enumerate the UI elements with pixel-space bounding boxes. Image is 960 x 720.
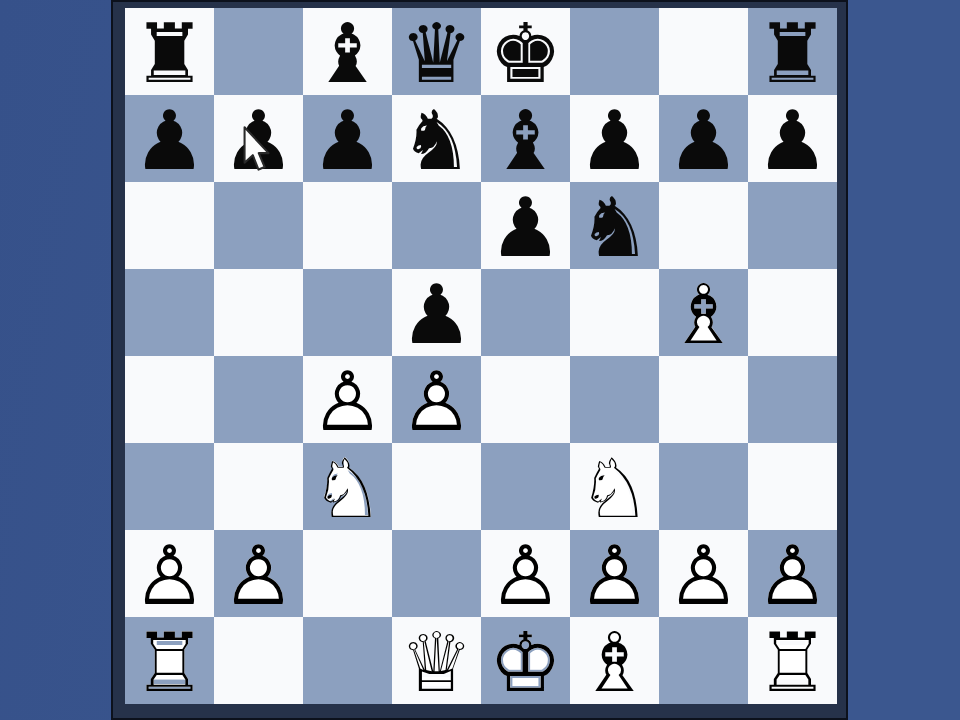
white-pawn[interactable]: ♟♙ xyxy=(570,530,659,617)
square-a5[interactable] xyxy=(125,269,214,356)
white-knight[interactable]: ♞♘ xyxy=(570,443,659,530)
black-knight[interactable]: ♞ xyxy=(570,182,659,269)
square-d4[interactable]: ♟♙ xyxy=(392,356,481,443)
white-pawn[interactable]: ♟♙ xyxy=(303,356,392,443)
square-a8[interactable]: ♜ xyxy=(125,8,214,95)
square-c8[interactable]: ♝ xyxy=(303,8,392,95)
square-f7[interactable]: ♟ xyxy=(570,95,659,182)
square-h2[interactable]: ♟♙ xyxy=(748,530,837,617)
square-d2[interactable] xyxy=(392,530,481,617)
white-rook[interactable]: ♜♖ xyxy=(748,617,837,704)
square-c4[interactable]: ♟♙ xyxy=(303,356,392,443)
square-b7[interactable]: ♟ xyxy=(214,95,303,182)
chess-board: ♜♝♛♚♜♟♟ ♟♞♝♟♟♟♟♞♟♝♗♟♙♟♙♞♘♞♘♟♙♟♙♟♙♟♙♟♙♟♙♜… xyxy=(125,8,837,704)
square-a3[interactable] xyxy=(125,443,214,530)
square-h6[interactable] xyxy=(748,182,837,269)
square-f3[interactable]: ♞♘ xyxy=(570,443,659,530)
square-a2[interactable]: ♟♙ xyxy=(125,530,214,617)
black-pawn[interactable]: ♟ xyxy=(748,95,837,182)
square-e8[interactable]: ♚ xyxy=(481,8,570,95)
square-h4[interactable] xyxy=(748,356,837,443)
square-b2[interactable]: ♟♙ xyxy=(214,530,303,617)
square-a1[interactable]: ♜♖ xyxy=(125,617,214,704)
square-d3[interactable] xyxy=(392,443,481,530)
square-c2[interactable] xyxy=(303,530,392,617)
square-e4[interactable] xyxy=(481,356,570,443)
black-pawn[interactable]: ♟ xyxy=(125,95,214,182)
square-d1[interactable]: ♛♕ xyxy=(392,617,481,704)
square-b5[interactable] xyxy=(214,269,303,356)
black-queen[interactable]: ♛ xyxy=(392,8,481,95)
black-rook[interactable]: ♜ xyxy=(125,8,214,95)
square-h5[interactable] xyxy=(748,269,837,356)
white-bishop[interactable]: ♝♗ xyxy=(659,269,748,356)
square-b8[interactable] xyxy=(214,8,303,95)
square-f4[interactable] xyxy=(570,356,659,443)
square-g8[interactable] xyxy=(659,8,748,95)
white-pawn[interactable]: ♟♙ xyxy=(214,530,303,617)
white-pawn[interactable]: ♟♙ xyxy=(481,530,570,617)
square-g3[interactable] xyxy=(659,443,748,530)
square-g6[interactable] xyxy=(659,182,748,269)
square-h1[interactable]: ♜♖ xyxy=(748,617,837,704)
white-pawn[interactable]: ♟♙ xyxy=(392,356,481,443)
black-knight[interactable]: ♞ xyxy=(392,95,481,182)
white-king[interactable]: ♚♔ xyxy=(481,617,570,704)
black-pawn[interactable]: ♟ xyxy=(659,95,748,182)
square-f6[interactable]: ♞ xyxy=(570,182,659,269)
square-g7[interactable]: ♟ xyxy=(659,95,748,182)
square-b4[interactable] xyxy=(214,356,303,443)
square-f2[interactable]: ♟♙ xyxy=(570,530,659,617)
square-h8[interactable]: ♜ xyxy=(748,8,837,95)
square-d7[interactable]: ♞ xyxy=(392,95,481,182)
square-c6[interactable] xyxy=(303,182,392,269)
square-b1[interactable] xyxy=(214,617,303,704)
black-bishop[interactable]: ♝ xyxy=(303,8,392,95)
black-bishop[interactable]: ♝ xyxy=(481,95,570,182)
white-knight[interactable]: ♞♘ xyxy=(303,443,392,530)
black-rook[interactable]: ♜ xyxy=(748,8,837,95)
white-rook[interactable]: ♜♖ xyxy=(125,617,214,704)
square-e3[interactable] xyxy=(481,443,570,530)
square-h3[interactable] xyxy=(748,443,837,530)
square-a6[interactable] xyxy=(125,182,214,269)
square-c5[interactable] xyxy=(303,269,392,356)
square-c7[interactable]: ♟ xyxy=(303,95,392,182)
white-pawn[interactable]: ♟♙ xyxy=(659,530,748,617)
square-e5[interactable] xyxy=(481,269,570,356)
square-c3[interactable]: ♞♘ xyxy=(303,443,392,530)
black-king[interactable]: ♚ xyxy=(481,8,570,95)
white-queen[interactable]: ♛♕ xyxy=(392,617,481,704)
square-g2[interactable]: ♟♙ xyxy=(659,530,748,617)
square-d5[interactable]: ♟ xyxy=(392,269,481,356)
square-g5[interactable]: ♝♗ xyxy=(659,269,748,356)
square-e6[interactable]: ♟ xyxy=(481,182,570,269)
black-pawn[interactable]: ♟ xyxy=(392,269,481,356)
square-c1[interactable] xyxy=(303,617,392,704)
square-a7[interactable]: ♟ xyxy=(125,95,214,182)
square-e1[interactable]: ♚♔ xyxy=(481,617,570,704)
square-d8[interactable]: ♛ xyxy=(392,8,481,95)
square-h7[interactable]: ♟ xyxy=(748,95,837,182)
white-bishop[interactable]: ♝♗ xyxy=(570,617,659,704)
black-pawn[interactable]: ♟ xyxy=(570,95,659,182)
square-a4[interactable] xyxy=(125,356,214,443)
square-f5[interactable] xyxy=(570,269,659,356)
white-pawn[interactable]: ♟♙ xyxy=(125,530,214,617)
chess-app-stage: ♜♝♛♚♜♟♟ ♟♞♝♟♟♟♟♞♟♝♗♟♙♟♙♞♘♞♘♟♙♟♙♟♙♟♙♟♙♟♙♜… xyxy=(0,0,960,720)
black-pawn[interactable]: ♟ xyxy=(303,95,392,182)
square-f8[interactable] xyxy=(570,8,659,95)
square-g1[interactable] xyxy=(659,617,748,704)
square-b6[interactable] xyxy=(214,182,303,269)
square-e2[interactable]: ♟♙ xyxy=(481,530,570,617)
black-pawn[interactable]: ♟ xyxy=(481,182,570,269)
white-pawn[interactable]: ♟♙ xyxy=(748,530,837,617)
square-b3[interactable] xyxy=(214,443,303,530)
black-pawn[interactable]: ♟ xyxy=(214,95,303,182)
square-f1[interactable]: ♝♗ xyxy=(570,617,659,704)
square-e7[interactable]: ♝ xyxy=(481,95,570,182)
square-d6[interactable] xyxy=(392,182,481,269)
square-g4[interactable] xyxy=(659,356,748,443)
